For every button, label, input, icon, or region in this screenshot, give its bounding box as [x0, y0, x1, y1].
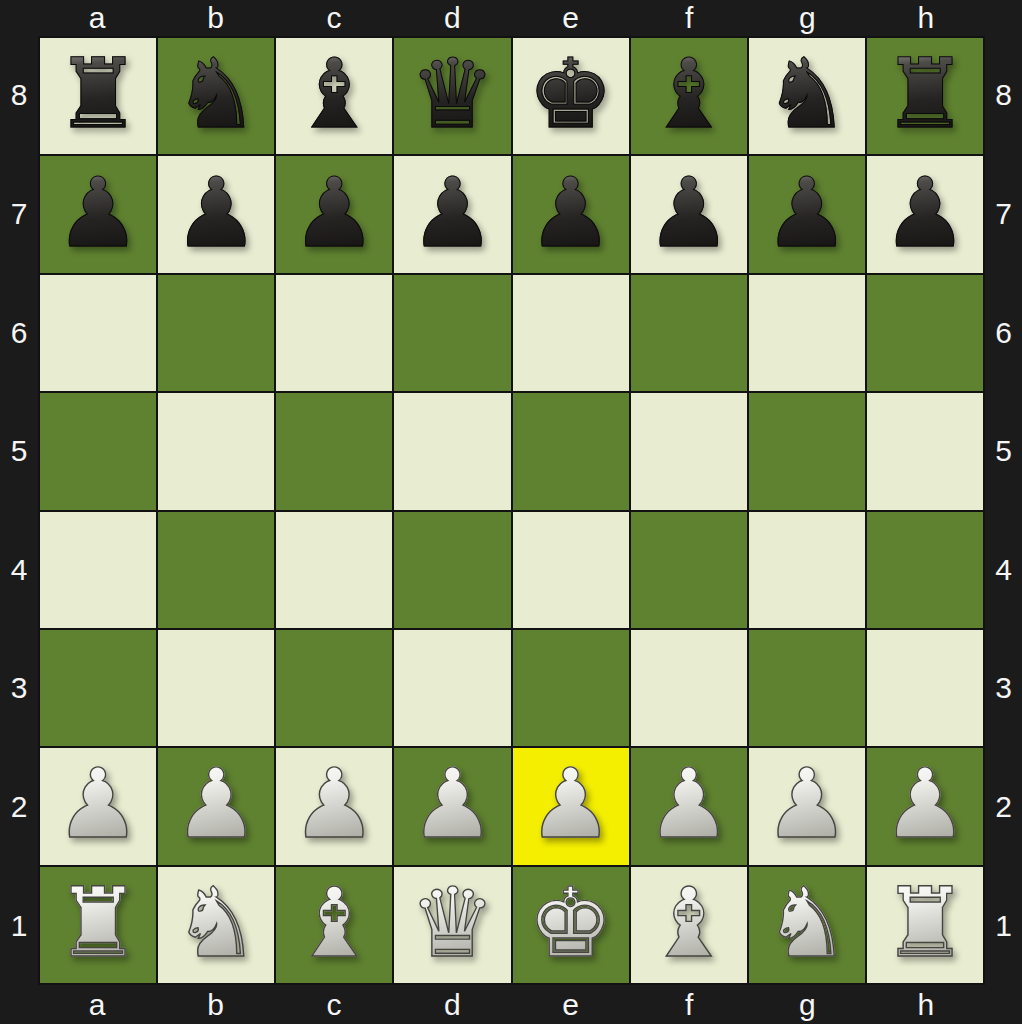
square-a6[interactable]	[40, 275, 156, 391]
square-g6[interactable]	[749, 275, 865, 391]
white-knight-g1[interactable]: ♞	[764, 875, 850, 971]
square-f5[interactable]	[631, 393, 747, 509]
file-label-top-f: f	[630, 0, 748, 36]
file-label-top-g: g	[748, 0, 866, 36]
square-a2[interactable]: ♟	[40, 748, 156, 864]
square-g4[interactable]	[749, 512, 865, 628]
file-label-top-h: h	[867, 0, 985, 36]
chess-board: ♜♞♝♛♚♝♞♜♟♟♟♟♟♟♟♟♟♟♟♟♟♟♟♟♜♞♝♛♚♝♞♜	[38, 36, 985, 985]
white-pawn-b2[interactable]: ♟	[173, 756, 259, 852]
square-b2[interactable]: ♟	[158, 748, 274, 864]
square-g3[interactable]	[749, 630, 865, 746]
square-b5[interactable]	[158, 393, 274, 509]
square-c7[interactable]: ♟	[276, 156, 392, 272]
square-h7[interactable]: ♟	[867, 156, 983, 272]
rank-label-right-5: 5	[985, 392, 1022, 511]
black-rook-h8[interactable]: ♜	[882, 46, 968, 142]
square-b6[interactable]	[158, 275, 274, 391]
rank-label-right-1: 1	[985, 866, 1022, 985]
black-pawn-c7[interactable]: ♟	[291, 165, 377, 261]
square-f7[interactable]: ♟	[631, 156, 747, 272]
rank-label-left-7: 7	[0, 155, 38, 274]
black-pawn-d7[interactable]: ♟	[409, 165, 495, 261]
square-c5[interactable]	[276, 393, 392, 509]
white-pawn-h2[interactable]: ♟	[882, 756, 968, 852]
square-d8[interactable]: ♛	[394, 38, 510, 154]
rank-label-left-6: 6	[0, 273, 38, 392]
black-pawn-h7[interactable]: ♟	[882, 165, 968, 261]
square-f2[interactable]: ♟	[631, 748, 747, 864]
chess-app: abcdefgh 87654321 ♜♞♝♛♚♝♞♜♟♟♟♟♟♟♟♟♟♟♟♟♟♟…	[0, 0, 1022, 1024]
white-pawn-e2[interactable]: ♟	[528, 756, 614, 852]
square-b3[interactable]	[158, 630, 274, 746]
rank-label-right-7: 7	[985, 155, 1022, 274]
square-g7[interactable]: ♟	[749, 156, 865, 272]
black-knight-b8[interactable]: ♞	[173, 46, 259, 142]
black-pawn-a7[interactable]: ♟	[55, 165, 141, 261]
square-d5[interactable]	[394, 393, 510, 509]
square-b7[interactable]: ♟	[158, 156, 274, 272]
square-f8[interactable]: ♝	[631, 38, 747, 154]
square-g1[interactable]: ♞	[749, 867, 865, 983]
square-h1[interactable]: ♜	[867, 867, 983, 983]
square-e2[interactable]: ♟	[513, 748, 629, 864]
file-label-bottom-g: g	[748, 985, 866, 1024]
square-e6[interactable]	[513, 275, 629, 391]
square-f4[interactable]	[631, 512, 747, 628]
square-a5[interactable]	[40, 393, 156, 509]
square-c4[interactable]	[276, 512, 392, 628]
white-pawn-f2[interactable]: ♟	[646, 756, 732, 852]
file-label-bottom-c: c	[275, 985, 393, 1024]
white-king-e1[interactable]: ♚	[528, 875, 614, 971]
square-h3[interactable]	[867, 630, 983, 746]
rank-label-left-4: 4	[0, 511, 38, 630]
rank-labels-left: 87654321	[0, 36, 38, 985]
black-pawn-e7[interactable]: ♟	[528, 165, 614, 261]
square-e8[interactable]: ♚	[513, 38, 629, 154]
square-e5[interactable]	[513, 393, 629, 509]
square-e7[interactable]: ♟	[513, 156, 629, 272]
white-pawn-a2[interactable]: ♟	[55, 756, 141, 852]
square-f1[interactable]: ♝	[631, 867, 747, 983]
white-queen-d1[interactable]: ♛	[409, 875, 495, 971]
white-knight-b1[interactable]: ♞	[173, 875, 259, 971]
square-f6[interactable]	[631, 275, 747, 391]
black-pawn-g7[interactable]: ♟	[764, 165, 850, 261]
square-c1[interactable]: ♝	[276, 867, 392, 983]
white-rook-a1[interactable]: ♜	[55, 875, 141, 971]
rank-label-left-5: 5	[0, 392, 38, 511]
white-pawn-g2[interactable]: ♟	[764, 756, 850, 852]
square-h5[interactable]	[867, 393, 983, 509]
white-bishop-c1[interactable]: ♝	[291, 875, 377, 971]
square-c3[interactable]	[276, 630, 392, 746]
square-c6[interactable]	[276, 275, 392, 391]
square-h4[interactable]	[867, 512, 983, 628]
square-g5[interactable]	[749, 393, 865, 509]
black-knight-g8[interactable]: ♞	[764, 46, 850, 142]
square-a8[interactable]: ♜	[40, 38, 156, 154]
rank-labels-right: 87654321	[985, 36, 1022, 985]
white-pawn-c2[interactable]: ♟	[291, 756, 377, 852]
rank-label-right-8: 8	[985, 36, 1022, 155]
black-pawn-f7[interactable]: ♟	[646, 165, 732, 261]
file-label-top-b: b	[156, 0, 274, 36]
white-bishop-f1[interactable]: ♝	[646, 875, 732, 971]
black-queen-d8[interactable]: ♛	[409, 46, 495, 142]
file-label-top-a: a	[38, 0, 156, 36]
black-king-e8[interactable]: ♚	[528, 46, 614, 142]
square-b4[interactable]	[158, 512, 274, 628]
square-d2[interactable]: ♟	[394, 748, 510, 864]
rank-label-left-1: 1	[0, 866, 38, 985]
square-e3[interactable]	[513, 630, 629, 746]
square-a4[interactable]	[40, 512, 156, 628]
file-label-bottom-a: a	[38, 985, 156, 1024]
rank-label-left-3: 3	[0, 629, 38, 748]
file-labels-top: abcdefgh	[38, 0, 985, 36]
square-g8[interactable]: ♞	[749, 38, 865, 154]
rank-label-right-4: 4	[985, 511, 1022, 630]
rank-label-right-2: 2	[985, 748, 1022, 867]
file-label-bottom-f: f	[630, 985, 748, 1024]
black-bishop-f8[interactable]: ♝	[646, 46, 732, 142]
rank-label-left-2: 2	[0, 748, 38, 867]
square-h8[interactable]: ♜	[867, 38, 983, 154]
square-a3[interactable]	[40, 630, 156, 746]
square-c2[interactable]: ♟	[276, 748, 392, 864]
file-label-top-e: e	[512, 0, 630, 36]
square-a1[interactable]: ♜	[40, 867, 156, 983]
square-d1[interactable]: ♛	[394, 867, 510, 983]
square-h6[interactable]	[867, 275, 983, 391]
black-bishop-c8[interactable]: ♝	[291, 46, 377, 142]
square-d7[interactable]: ♟	[394, 156, 510, 272]
square-h2[interactable]: ♟	[867, 748, 983, 864]
black-pawn-b7[interactable]: ♟	[173, 165, 259, 261]
square-d4[interactable]	[394, 512, 510, 628]
square-c8[interactable]: ♝	[276, 38, 392, 154]
rank-label-left-8: 8	[0, 36, 38, 155]
rank-label-right-3: 3	[985, 629, 1022, 748]
square-e1[interactable]: ♚	[513, 867, 629, 983]
black-rook-a8[interactable]: ♜	[55, 46, 141, 142]
file-label-bottom-d: d	[393, 985, 511, 1024]
file-label-bottom-b: b	[156, 985, 274, 1024]
white-pawn-d2[interactable]: ♟	[409, 756, 495, 852]
file-label-top-c: c	[275, 0, 393, 36]
square-e4[interactable]	[513, 512, 629, 628]
file-label-top-d: d	[393, 0, 511, 36]
square-g2[interactable]: ♟	[749, 748, 865, 864]
square-d3[interactable]	[394, 630, 510, 746]
square-b8[interactable]: ♞	[158, 38, 274, 154]
square-f3[interactable]	[631, 630, 747, 746]
white-rook-h1[interactable]: ♜	[882, 875, 968, 971]
file-label-bottom-h: h	[867, 985, 985, 1024]
square-b1[interactable]: ♞	[158, 867, 274, 983]
file-labels-bottom: abcdefgh	[38, 985, 985, 1024]
square-a7[interactable]: ♟	[40, 156, 156, 272]
file-label-bottom-e: e	[512, 985, 630, 1024]
rank-label-right-6: 6	[985, 273, 1022, 392]
square-d6[interactable]	[394, 275, 510, 391]
